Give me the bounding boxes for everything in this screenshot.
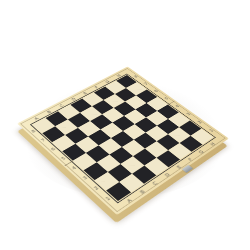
black-pawn: ♟: [46, 134, 62, 135]
piece-glyph: ♟: [83, 96, 101, 115]
black-knight: ♞: [109, 87, 124, 88]
square-a1: ♜: [106, 182, 131, 201]
piece-glyph: ♟: [95, 90, 113, 108]
coordinate-label: A: [125, 197, 132, 203]
square-g6: [125, 95, 146, 109]
chess-set-product-photo[interactable]: ABCDEFGH ABCDEFGH 87654321 87654321 ♜♞♝♛…: [0, 0, 250, 250]
coordinate-label: 6: [153, 89, 159, 93]
black-pawn: ♟: [84, 114, 100, 115]
piece-glyph: ♚: [78, 66, 111, 100]
coordinate-label: H: [115, 74, 121, 78]
coordinate-label: E: [82, 91, 88, 95]
square-e8: ♚: [82, 92, 103, 106]
black-pawn: ♟: [119, 95, 134, 96]
square-g7: ♟: [115, 88, 136, 102]
coordinate-label: 8: [30, 129, 36, 133]
coordinate-label: 4: [174, 104, 180, 108]
coordinate-label: 7: [40, 138, 46, 143]
piece-glyph: ♟: [118, 78, 135, 96]
piece-glyph: ♟: [46, 116, 65, 135]
coordinate-label: 8: [133, 75, 139, 79]
piece-glyph: ♛: [68, 75, 98, 107]
square-f5: [124, 109, 146, 124]
square-d7: ♟: [80, 106, 102, 121]
black-pawn: ♟: [130, 89, 145, 90]
piece-glyph: ♜: [108, 166, 134, 193]
square-h5: [146, 97, 167, 111]
coordinate-label: D: [70, 97, 76, 101]
coordinate-label: 5: [163, 97, 169, 101]
piece-glyph: ♞: [106, 64, 129, 88]
coordinate-label: B: [138, 189, 145, 195]
square-e7: ♟: [92, 100, 114, 114]
coordinate-label: 6: [50, 147, 56, 152]
coordinate-label: D: [163, 172, 170, 177]
coordinate-label: G: [197, 149, 204, 154]
square-f8: ♝: [94, 87, 115, 101]
coordinate-label: E: [175, 164, 182, 169]
square-h8: ♜: [116, 75, 137, 88]
black-pawn: ♟: [107, 101, 122, 102]
square-e5: [112, 116, 134, 131]
coordinate-label: 3: [81, 175, 88, 180]
square-g8: ♞: [105, 81, 126, 94]
coordinate-label: 5: [60, 156, 66, 161]
square-g5: [135, 103, 157, 117]
square-d6: [90, 114, 112, 129]
square-f6: [114, 102, 136, 116]
piece-glyph: ♟: [107, 84, 124, 102]
coordinate-label: F: [93, 85, 98, 89]
coordinate-label: 1: [104, 196, 111, 202]
square-h7: ♟: [126, 82, 147, 95]
square-d5: [100, 123, 123, 139]
piece-glyph: ♟: [129, 72, 146, 90]
chess-board: ABCDEFGH ABCDEFGH 87654321 87654321 ♜♞♝♛…: [17, 67, 229, 215]
coordinate-label: G: [104, 79, 110, 83]
coordinate-label: H: [209, 142, 216, 147]
black-bishop: ♝: [98, 93, 113, 94]
black-queen: ♛: [74, 106, 89, 107]
piece-glyph: ♝: [93, 68, 118, 94]
black-rook: ♜: [120, 81, 135, 82]
square-f7: ♟: [104, 94, 125, 108]
black-king: ♚: [86, 99, 101, 100]
black-pawn: ♟: [96, 107, 111, 108]
piece-glyph: ♜: [117, 60, 138, 82]
coordinate-label: 4: [70, 166, 77, 171]
square-e6: [102, 108, 124, 123]
coordinate-label: 7: [143, 82, 149, 86]
coordinate-label: 2: [92, 186, 99, 191]
square-h6: [136, 89, 157, 103]
coordinate-label: C: [151, 180, 158, 185]
white-rook: ♜: [111, 191, 129, 192]
board-scene: ABCDEFGH ABCDEFGH 87654321 87654321 ♜♞♝♛…: [0, 0, 250, 250]
coordinate-label: F: [187, 157, 193, 162]
